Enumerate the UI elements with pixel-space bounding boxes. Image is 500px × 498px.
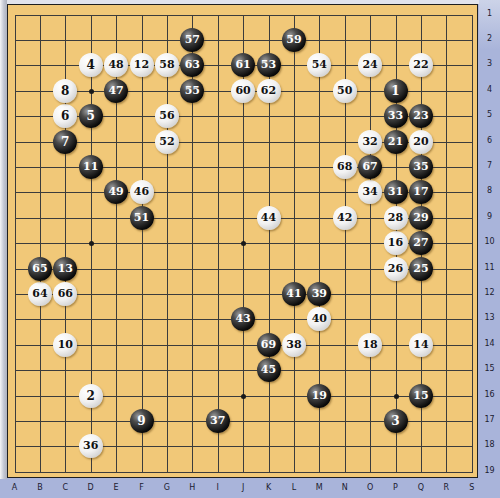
row-label-6: 6: [481, 136, 498, 145]
move-number: 16: [388, 231, 403, 255]
move-number: 49: [108, 180, 123, 204]
stone-white-40: 40: [307, 307, 331, 331]
stone-white-22: 22: [409, 53, 433, 77]
move-number: 9: [137, 409, 145, 433]
move-number: 64: [32, 282, 47, 306]
stone-white-16: 16: [384, 231, 408, 255]
move-number: 27: [413, 231, 428, 255]
move-number: 65: [32, 257, 47, 281]
move-number: 12: [134, 53, 149, 77]
stone-white-18: 18: [358, 333, 382, 357]
move-number: 22: [413, 53, 428, 77]
row-label-2: 2: [481, 34, 498, 43]
stone-white-38: 38: [282, 333, 306, 357]
move-number: 18: [362, 333, 377, 357]
stone-white-58: 58: [155, 53, 179, 77]
row-label-7: 7: [481, 161, 498, 170]
stone-black-67: 67: [358, 155, 382, 179]
row-label-9: 9: [481, 212, 498, 221]
stone-white-42: 42: [333, 206, 357, 230]
move-number: 4: [87, 53, 95, 77]
move-number: 51: [134, 206, 149, 230]
column-label-P: P: [390, 483, 402, 492]
column-label-G: G: [161, 483, 173, 492]
stone-white-32: 32: [358, 130, 382, 154]
stone-white-46: 46: [130, 180, 154, 204]
row-label-17: 17: [481, 415, 498, 424]
row-label-12: 12: [481, 288, 498, 297]
stone-white-4: 4: [79, 53, 103, 77]
grid-line: [15, 472, 473, 473]
stone-black-65: 65: [28, 257, 52, 281]
column-label-M: M: [313, 483, 325, 492]
stone-white-6: 6: [53, 104, 77, 128]
stone-white-28: 28: [384, 206, 408, 230]
stone-black-29: 29: [409, 206, 433, 230]
move-number: 53: [261, 53, 276, 77]
row-label-8: 8: [481, 186, 498, 195]
stone-black-15: 15: [409, 384, 433, 408]
move-number: 41: [286, 282, 301, 306]
stone-black-1: 1: [384, 79, 408, 103]
column-label-H: H: [186, 483, 198, 492]
stone-white-8: 8: [53, 79, 77, 103]
star-point: [89, 89, 94, 94]
move-number: 58: [159, 53, 174, 77]
grid-line: [446, 15, 447, 473]
move-number: 32: [362, 130, 377, 154]
move-number: 57: [185, 28, 200, 52]
move-number: 1: [391, 79, 399, 103]
stone-black-9: 9: [130, 409, 154, 433]
grid-line: [370, 15, 371, 473]
grid-line: [294, 15, 295, 473]
stone-white-2: 2: [79, 384, 103, 408]
move-number: 46: [134, 180, 149, 204]
column-label-C: C: [59, 483, 71, 492]
move-number: 48: [108, 53, 123, 77]
row-label-10: 10: [481, 237, 498, 246]
column-label-B: B: [34, 483, 46, 492]
stone-black-55: 55: [180, 79, 204, 103]
stone-black-31: 31: [384, 180, 408, 204]
stone-white-14: 14: [409, 333, 433, 357]
move-number: 26: [388, 257, 403, 281]
stone-black-7: 7: [53, 130, 77, 154]
move-number: 63: [185, 53, 200, 77]
stone-black-43: 43: [231, 307, 255, 331]
column-label-A: A: [9, 483, 21, 492]
move-number: 31: [388, 180, 403, 204]
stone-black-69: 69: [257, 333, 281, 357]
move-number: 37: [210, 409, 225, 433]
row-label-4: 4: [481, 85, 498, 94]
stone-white-44: 44: [257, 206, 281, 230]
move-number: 20: [413, 130, 428, 154]
move-number: 3: [391, 409, 399, 433]
stone-white-60: 60: [231, 79, 255, 103]
stone-black-35: 35: [409, 155, 433, 179]
column-label-D: D: [85, 483, 97, 492]
grid-line: [15, 345, 473, 346]
stone-black-39: 39: [307, 282, 331, 306]
column-label-L: L: [288, 483, 300, 492]
stone-white-50: 50: [333, 79, 357, 103]
stone-black-45: 45: [257, 358, 281, 382]
stone-white-54: 54: [307, 53, 331, 77]
move-number: 33: [388, 104, 403, 128]
stone-black-23: 23: [409, 104, 433, 128]
stone-white-62: 62: [257, 79, 281, 103]
stone-black-27: 27: [409, 231, 433, 255]
move-number: 17: [413, 180, 428, 204]
row-label-3: 3: [481, 59, 498, 68]
column-label-Q: Q: [415, 483, 427, 492]
stone-white-64: 64: [28, 282, 52, 306]
row-label-16: 16: [481, 390, 498, 399]
move-number: 8: [61, 79, 69, 103]
move-number: 13: [58, 257, 73, 281]
row-label-14: 14: [481, 339, 498, 348]
stone-black-17: 17: [409, 180, 433, 204]
stone-black-59: 59: [282, 28, 306, 52]
move-number: 60: [235, 79, 250, 103]
stone-black-53: 53: [257, 53, 281, 77]
column-label-S: S: [466, 483, 478, 492]
stone-black-33: 33: [384, 104, 408, 128]
move-number: 42: [337, 206, 352, 230]
move-number: 68: [337, 155, 352, 179]
move-number: 50: [337, 79, 352, 103]
move-number: 59: [286, 28, 301, 52]
row-label-1: 1: [481, 9, 498, 18]
stone-black-47: 47: [104, 79, 128, 103]
grid-line: [15, 370, 473, 371]
move-number: 62: [261, 79, 276, 103]
move-number: 2: [87, 384, 95, 408]
stone-black-63: 63: [180, 53, 204, 77]
move-number: 10: [58, 333, 73, 357]
stone-black-3: 3: [384, 409, 408, 433]
grid-line: [15, 294, 473, 295]
move-number: 36: [83, 434, 98, 458]
move-number: 44: [261, 206, 276, 230]
stone-black-61: 61: [231, 53, 255, 77]
stone-black-13: 13: [53, 257, 77, 281]
column-label-K: K: [263, 483, 275, 492]
row-label-18: 18: [481, 440, 498, 449]
move-number: 43: [235, 307, 250, 331]
stone-black-21: 21: [384, 130, 408, 154]
stone-white-56: 56: [155, 104, 179, 128]
stone-white-10: 10: [53, 333, 77, 357]
stone-black-57: 57: [180, 28, 204, 52]
stone-black-19: 19: [307, 384, 331, 408]
stone-black-5: 5: [79, 104, 103, 128]
move-number: 6: [61, 104, 69, 128]
row-label-5: 5: [481, 110, 498, 119]
grid-line: [472, 15, 473, 473]
stone-white-34: 34: [358, 180, 382, 204]
move-number: 23: [413, 104, 428, 128]
stone-black-51: 51: [130, 206, 154, 230]
border-strip-left: [0, 0, 7, 479]
move-number: 7: [61, 130, 69, 154]
column-label-F: F: [136, 483, 148, 492]
stone-black-11: 11: [79, 155, 103, 179]
move-number: 39: [312, 282, 327, 306]
move-number: 56: [159, 104, 174, 128]
go-diagram-frame: 1234567891011121314151617181920212223242…: [0, 0, 500, 498]
move-number: 5: [87, 104, 95, 128]
move-number: 69: [261, 333, 276, 357]
stone-black-25: 25: [409, 257, 433, 281]
move-number: 35: [413, 155, 428, 179]
column-label-N: N: [339, 483, 351, 492]
move-number: 24: [362, 53, 377, 77]
column-label-E: E: [110, 483, 122, 492]
move-number: 55: [185, 79, 200, 103]
column-label-J: J: [237, 483, 249, 492]
move-number: 11: [83, 155, 98, 179]
stone-white-20: 20: [409, 130, 433, 154]
row-label-13: 13: [481, 313, 498, 322]
move-number: 66: [58, 282, 73, 306]
move-number: 15: [413, 384, 428, 408]
move-number: 45: [261, 358, 276, 382]
go-board: 1234567891011121314151617181920212223242…: [7, 4, 478, 478]
move-number: 34: [362, 180, 377, 204]
stone-black-37: 37: [206, 409, 230, 433]
move-number: 28: [388, 206, 403, 230]
move-number: 61: [235, 53, 250, 77]
move-number: 54: [312, 53, 327, 77]
move-number: 19: [312, 384, 327, 408]
stone-white-24: 24: [358, 53, 382, 77]
stone-white-52: 52: [155, 130, 179, 154]
move-number: 52: [159, 130, 174, 154]
row-label-19: 19: [481, 466, 498, 475]
stone-black-41: 41: [282, 282, 306, 306]
move-number: 21: [388, 130, 403, 154]
stone-white-48: 48: [104, 53, 128, 77]
move-number: 38: [286, 333, 301, 357]
star-point: [394, 394, 399, 399]
column-label-I: I: [212, 483, 224, 492]
star-point: [89, 241, 94, 246]
column-label-O: O: [364, 483, 376, 492]
move-number: 25: [413, 257, 428, 281]
stone-white-26: 26: [384, 257, 408, 281]
move-number: 47: [108, 79, 123, 103]
stone-white-36: 36: [79, 434, 103, 458]
stone-black-49: 49: [104, 180, 128, 204]
move-number: 29: [413, 206, 428, 230]
move-number: 67: [362, 155, 377, 179]
star-point: [241, 241, 246, 246]
column-label-R: R: [440, 483, 452, 492]
move-number: 14: [413, 333, 428, 357]
stone-white-12: 12: [130, 53, 154, 77]
stone-white-68: 68: [333, 155, 357, 179]
row-label-11: 11: [481, 263, 498, 272]
star-point: [241, 394, 246, 399]
stone-white-66: 66: [53, 282, 77, 306]
move-number: 40: [312, 307, 327, 331]
row-label-15: 15: [481, 364, 498, 373]
